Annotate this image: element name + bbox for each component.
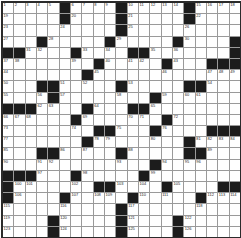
grid-cell[interactable] xyxy=(139,93,149,103)
grid-cell[interactable]: 31 xyxy=(26,48,36,58)
grid-cell[interactable] xyxy=(230,93,240,103)
grid-cell[interactable] xyxy=(162,48,172,58)
grid-cell[interactable] xyxy=(162,216,172,226)
grid-cell[interactable]: 102 xyxy=(71,182,81,192)
grid-cell[interactable]: 87 xyxy=(82,148,92,158)
grid-cell[interactable] xyxy=(60,37,70,47)
grid-cell[interactable] xyxy=(184,126,194,136)
grid-cell[interactable] xyxy=(173,104,183,114)
grid-cell[interactable] xyxy=(173,171,183,181)
grid-cell[interactable]: 70 xyxy=(128,115,138,125)
grid-cell[interactable]: 12 xyxy=(150,3,160,13)
grid-cell[interactable] xyxy=(48,48,58,58)
grid-cell[interactable] xyxy=(94,81,104,91)
grid-cell[interactable]: 6 xyxy=(71,3,81,13)
grid-cell[interactable]: 93 xyxy=(116,160,126,170)
grid-cell[interactable] xyxy=(105,70,115,80)
grid-cell[interactable] xyxy=(196,126,206,136)
grid-cell[interactable]: 123 xyxy=(3,227,13,237)
grid-cell[interactable] xyxy=(207,25,217,35)
grid-cell[interactable] xyxy=(37,182,47,192)
grid-cell[interactable] xyxy=(230,148,240,158)
grid-cell[interactable] xyxy=(94,171,104,181)
grid-cell[interactable]: 84 xyxy=(230,137,240,147)
grid-cell[interactable]: 72 xyxy=(173,115,183,125)
grid-cell[interactable] xyxy=(207,93,217,103)
grid-cell[interactable]: 21 xyxy=(128,14,138,24)
grid-cell[interactable] xyxy=(14,70,24,80)
grid-cell[interactable] xyxy=(14,160,24,170)
grid-cell[interactable]: 52 xyxy=(82,81,92,91)
grid-cell[interactable] xyxy=(60,115,70,125)
grid-cell[interactable] xyxy=(37,14,47,24)
grid-cell[interactable] xyxy=(230,171,240,181)
grid-cell[interactable] xyxy=(26,148,36,158)
grid-cell[interactable] xyxy=(218,171,228,181)
grid-cell[interactable]: 28 xyxy=(48,37,58,47)
grid-cell[interactable] xyxy=(60,59,70,69)
grid-cell[interactable]: 92 xyxy=(48,160,58,170)
grid-cell[interactable] xyxy=(207,204,217,214)
grid-cell[interactable] xyxy=(26,59,36,69)
grid-cell[interactable]: 9 xyxy=(105,3,115,13)
grid-cell[interactable] xyxy=(184,171,194,181)
grid-cell[interactable]: 11 xyxy=(139,3,149,13)
grid-cell[interactable] xyxy=(150,204,160,214)
grid-cell[interactable] xyxy=(105,227,115,237)
grid-cell[interactable] xyxy=(82,182,92,192)
grid-cell[interactable] xyxy=(196,227,206,237)
grid-cell[interactable] xyxy=(218,14,228,24)
grid-cell[interactable]: 126 xyxy=(184,227,194,237)
grid-cell[interactable] xyxy=(207,48,217,58)
grid-cell[interactable]: 51 xyxy=(60,81,70,91)
grid-cell[interactable] xyxy=(162,137,172,147)
grid-cell[interactable]: 108 xyxy=(94,193,104,203)
grid-cell[interactable]: 103 xyxy=(116,182,126,192)
grid-cell[interactable]: 112 xyxy=(207,193,217,203)
grid-cell[interactable] xyxy=(116,59,126,69)
grid-cell[interactable] xyxy=(37,137,47,147)
grid-cell[interactable] xyxy=(26,193,36,203)
grid-cell[interactable]: 119 xyxy=(3,216,13,226)
grid-cell[interactable]: 46 xyxy=(162,70,172,80)
grid-cell[interactable] xyxy=(184,48,194,58)
grid-cell[interactable] xyxy=(184,59,194,69)
grid-cell[interactable]: 16 xyxy=(207,3,217,13)
grid-cell[interactable] xyxy=(150,148,160,158)
grid-cell[interactable] xyxy=(139,227,149,237)
grid-cell[interactable]: 94 xyxy=(162,160,172,170)
grid-cell[interactable] xyxy=(162,204,172,214)
grid-cell[interactable] xyxy=(116,104,126,114)
grid-cell[interactable]: 96 xyxy=(196,160,206,170)
grid-cell[interactable]: 15 xyxy=(196,3,206,13)
grid-cell[interactable] xyxy=(207,182,217,192)
grid-cell[interactable]: 14 xyxy=(173,3,183,13)
grid-cell[interactable] xyxy=(14,25,24,35)
grid-cell[interactable] xyxy=(128,93,138,103)
grid-cell[interactable]: 1 xyxy=(3,3,13,13)
grid-cell[interactable]: 26 xyxy=(184,25,194,35)
grid-cell[interactable]: 18 xyxy=(230,3,240,13)
grid-cell[interactable]: 47 xyxy=(207,70,217,80)
grid-cell[interactable] xyxy=(116,193,126,203)
grid-cell[interactable]: 86 xyxy=(60,148,70,158)
grid-cell[interactable] xyxy=(71,227,81,237)
grid-cell[interactable] xyxy=(48,126,58,136)
grid-cell[interactable] xyxy=(162,81,172,91)
grid-cell[interactable] xyxy=(82,37,92,47)
grid-cell[interactable] xyxy=(162,37,172,47)
grid-cell[interactable]: 56 xyxy=(37,93,47,103)
grid-cell[interactable] xyxy=(94,227,104,237)
grid-cell[interactable] xyxy=(94,93,104,103)
grid-cell[interactable] xyxy=(71,104,81,114)
grid-cell[interactable]: 76 xyxy=(162,126,172,136)
grid-cell[interactable] xyxy=(128,171,138,181)
grid-cell[interactable]: 44 xyxy=(3,70,13,80)
grid-cell[interactable] xyxy=(128,160,138,170)
grid-cell[interactable] xyxy=(60,70,70,80)
grid-cell[interactable]: 78 xyxy=(94,137,104,147)
grid-cell[interactable]: 111 xyxy=(162,193,172,203)
grid-cell[interactable] xyxy=(139,25,149,35)
grid-cell[interactable] xyxy=(139,216,149,226)
grid-cell[interactable]: 30 xyxy=(184,37,194,47)
grid-cell[interactable] xyxy=(37,70,47,80)
grid-cell[interactable] xyxy=(82,216,92,226)
grid-cell[interactable]: 62 xyxy=(37,104,47,114)
grid-cell[interactable] xyxy=(196,70,206,80)
grid-cell[interactable] xyxy=(82,25,92,35)
grid-cell[interactable] xyxy=(14,148,24,158)
grid-cell[interactable]: 33 xyxy=(82,48,92,58)
grid-cell[interactable]: 29 xyxy=(116,37,126,47)
grid-cell[interactable] xyxy=(82,160,92,170)
grid-cell[interactable]: 81 xyxy=(196,137,206,147)
grid-cell[interactable]: 74 xyxy=(71,126,81,136)
grid-cell[interactable]: 63 xyxy=(48,104,58,114)
grid-cell[interactable]: 97 xyxy=(37,171,47,181)
grid-cell[interactable] xyxy=(173,81,183,91)
grid-cell[interactable] xyxy=(14,204,24,214)
grid-cell[interactable] xyxy=(150,193,160,203)
grid-cell[interactable] xyxy=(60,104,70,114)
grid-cell[interactable] xyxy=(105,171,115,181)
grid-cell[interactable] xyxy=(139,148,149,158)
grid-cell[interactable]: 67 xyxy=(14,115,24,125)
grid-cell[interactable] xyxy=(184,115,194,125)
grid-cell[interactable] xyxy=(218,37,228,47)
grid-cell[interactable] xyxy=(14,14,24,24)
grid-cell[interactable] xyxy=(139,204,149,214)
grid-cell[interactable] xyxy=(150,14,160,24)
grid-cell[interactable] xyxy=(207,227,217,237)
grid-cell[interactable] xyxy=(196,59,206,69)
grid-cell[interactable]: 124 xyxy=(60,227,70,237)
grid-cell[interactable] xyxy=(105,204,115,214)
grid-cell[interactable] xyxy=(94,14,104,24)
grid-cell[interactable] xyxy=(150,216,160,226)
grid-cell[interactable] xyxy=(139,14,149,24)
grid-cell[interactable] xyxy=(71,137,81,147)
grid-cell[interactable] xyxy=(26,227,36,237)
grid-cell[interactable] xyxy=(37,204,47,214)
grid-cell[interactable]: 68 xyxy=(26,115,36,125)
grid-cell[interactable]: 73 xyxy=(3,126,13,136)
grid-cell[interactable] xyxy=(116,70,126,80)
grid-cell[interactable]: 114 xyxy=(230,193,240,203)
grid-cell[interactable] xyxy=(173,137,183,147)
grid-cell[interactable] xyxy=(173,204,183,214)
grid-cell[interactable]: 4 xyxy=(37,3,47,13)
grid-cell[interactable] xyxy=(14,137,24,147)
grid-cell[interactable] xyxy=(71,160,81,170)
grid-cell[interactable]: 42 xyxy=(139,59,149,69)
grid-cell[interactable]: 122 xyxy=(184,216,194,226)
grid-cell[interactable]: 82 xyxy=(207,137,217,147)
grid-cell[interactable] xyxy=(94,115,104,125)
grid-cell[interactable]: 36 xyxy=(173,48,183,58)
grid-cell[interactable]: 48 xyxy=(218,70,228,80)
grid-cell[interactable] xyxy=(207,171,217,181)
grid-cell[interactable]: 50 xyxy=(3,81,13,91)
grid-cell[interactable] xyxy=(150,227,160,237)
grid-cell[interactable] xyxy=(14,216,24,226)
grid-cell[interactable] xyxy=(94,204,104,214)
grid-cell[interactable] xyxy=(37,227,47,237)
grid-cell[interactable] xyxy=(128,37,138,47)
grid-cell[interactable]: 58 xyxy=(116,93,126,103)
grid-cell[interactable] xyxy=(26,216,36,226)
grid-cell[interactable] xyxy=(105,160,115,170)
grid-cell[interactable]: 41 xyxy=(128,59,138,69)
grid-cell[interactable] xyxy=(60,182,70,192)
grid-cell[interactable]: 79 xyxy=(105,137,115,147)
grid-cell[interactable] xyxy=(26,126,36,136)
grid-cell[interactable] xyxy=(230,227,240,237)
grid-cell[interactable]: 25 xyxy=(128,25,138,35)
grid-cell[interactable] xyxy=(207,104,217,114)
grid-cell[interactable] xyxy=(230,14,240,24)
grid-cell[interactable] xyxy=(218,115,228,125)
grid-cell[interactable]: 23 xyxy=(3,25,13,35)
grid-cell[interactable] xyxy=(37,59,47,69)
grid-cell[interactable] xyxy=(116,115,126,125)
grid-cell[interactable] xyxy=(196,37,206,47)
grid-cell[interactable] xyxy=(14,126,24,136)
grid-cell[interactable] xyxy=(173,193,183,203)
grid-cell[interactable]: 45 xyxy=(94,70,104,80)
grid-cell[interactable] xyxy=(48,115,58,125)
grid-cell[interactable] xyxy=(105,104,115,114)
grid-cell[interactable]: 13 xyxy=(162,3,172,13)
grid-cell[interactable] xyxy=(14,93,24,103)
grid-cell[interactable] xyxy=(162,227,172,237)
grid-cell[interactable] xyxy=(105,115,115,125)
grid-cell[interactable]: 66 xyxy=(3,115,13,125)
grid-cell[interactable]: 34 xyxy=(105,48,115,58)
grid-cell[interactable] xyxy=(150,59,160,69)
grid-cell[interactable] xyxy=(139,70,149,80)
grid-cell[interactable] xyxy=(196,104,206,114)
grid-cell[interactable]: 17 xyxy=(218,3,228,13)
grid-cell[interactable] xyxy=(173,25,183,35)
grid-cell[interactable] xyxy=(150,81,160,91)
grid-cell[interactable] xyxy=(230,204,240,214)
grid-cell[interactable] xyxy=(94,148,104,158)
grid-cell[interactable] xyxy=(116,171,126,181)
grid-cell[interactable] xyxy=(230,104,240,114)
grid-cell[interactable] xyxy=(162,14,172,24)
grid-cell[interactable] xyxy=(230,81,240,91)
grid-cell[interactable] xyxy=(60,171,70,181)
grid-cell[interactable] xyxy=(184,193,194,203)
grid-cell[interactable] xyxy=(218,93,228,103)
grid-cell[interactable] xyxy=(14,227,24,237)
grid-cell[interactable] xyxy=(162,148,172,158)
grid-cell[interactable] xyxy=(26,204,36,214)
grid-cell[interactable] xyxy=(14,37,24,47)
grid-cell[interactable] xyxy=(196,48,206,58)
grid-cell[interactable] xyxy=(60,126,70,136)
grid-cell[interactable]: 121 xyxy=(128,216,138,226)
grid-cell[interactable]: 95 xyxy=(184,160,194,170)
grid-cell[interactable]: 83 xyxy=(218,137,228,147)
grid-cell[interactable]: 40 xyxy=(105,59,115,69)
grid-cell[interactable]: 98 xyxy=(82,171,92,181)
grid-cell[interactable] xyxy=(48,25,58,35)
grid-cell[interactable]: 57 xyxy=(60,93,70,103)
grid-cell[interactable] xyxy=(218,216,228,226)
grid-cell[interactable] xyxy=(128,126,138,136)
grid-cell[interactable] xyxy=(26,14,36,24)
grid-cell[interactable] xyxy=(184,182,194,192)
grid-cell[interactable] xyxy=(94,25,104,35)
grid-cell[interactable]: 71 xyxy=(139,115,149,125)
grid-cell[interactable] xyxy=(60,137,70,147)
grid-cell[interactable]: 7 xyxy=(82,3,92,13)
grid-cell[interactable]: 61 xyxy=(196,93,206,103)
grid-cell[interactable]: 55 xyxy=(3,93,13,103)
grid-cell[interactable] xyxy=(14,81,24,91)
grid-cell[interactable]: 2 xyxy=(14,3,24,13)
grid-cell[interactable] xyxy=(207,14,217,24)
grid-cell[interactable] xyxy=(48,171,58,181)
grid-cell[interactable]: 104 xyxy=(139,182,149,192)
grid-cell[interactable] xyxy=(116,137,126,147)
grid-cell[interactable]: 91 xyxy=(37,160,47,170)
grid-cell[interactable] xyxy=(162,25,172,35)
grid-cell[interactable] xyxy=(26,137,36,147)
grid-cell[interactable] xyxy=(26,81,36,91)
grid-cell[interactable]: 60 xyxy=(184,93,194,103)
grid-cell[interactable]: 106 xyxy=(14,193,24,203)
grid-cell[interactable]: 39 xyxy=(71,59,81,69)
grid-cell[interactable] xyxy=(116,48,126,58)
grid-cell[interactable]: 8 xyxy=(94,3,104,13)
grid-cell[interactable] xyxy=(71,93,81,103)
grid-cell[interactable]: 49 xyxy=(230,70,240,80)
grid-cell[interactable] xyxy=(196,25,206,35)
grid-cell[interactable] xyxy=(60,160,70,170)
grid-cell[interactable] xyxy=(230,160,240,170)
grid-cell[interactable] xyxy=(37,193,47,203)
grid-cell[interactable] xyxy=(105,93,115,103)
grid-cell[interactable] xyxy=(139,81,149,91)
grid-cell[interactable]: 100 xyxy=(14,182,24,192)
grid-cell[interactable] xyxy=(150,182,160,192)
grid-cell[interactable] xyxy=(173,126,183,136)
grid-cell[interactable]: 80 xyxy=(150,137,160,147)
grid-cell[interactable] xyxy=(128,182,138,192)
grid-cell[interactable] xyxy=(82,227,92,237)
grid-cell[interactable]: 117 xyxy=(128,204,138,214)
grid-cell[interactable] xyxy=(162,104,172,114)
grid-cell[interactable] xyxy=(218,148,228,158)
grid-cell[interactable] xyxy=(230,25,240,35)
grid-cell[interactable] xyxy=(82,14,92,24)
grid-cell[interactable] xyxy=(218,81,228,91)
grid-cell[interactable]: 75 xyxy=(116,126,126,136)
grid-cell[interactable]: 116 xyxy=(60,204,70,214)
grid-cell[interactable] xyxy=(196,171,206,181)
grid-cell[interactable] xyxy=(82,59,92,69)
grid-cell[interactable]: 118 xyxy=(196,204,206,214)
grid-cell[interactable]: 3 xyxy=(26,3,36,13)
grid-cell[interactable] xyxy=(71,216,81,226)
grid-cell[interactable] xyxy=(207,115,217,125)
grid-cell[interactable] xyxy=(207,216,217,226)
grid-cell[interactable] xyxy=(128,70,138,80)
grid-cell[interactable]: 120 xyxy=(60,216,70,226)
grid-cell[interactable] xyxy=(173,93,183,103)
grid-cell[interactable] xyxy=(71,204,81,214)
grid-cell[interactable] xyxy=(207,160,217,170)
grid-cell[interactable] xyxy=(94,48,104,58)
grid-cell[interactable] xyxy=(26,25,36,35)
grid-cell[interactable] xyxy=(139,137,149,147)
grid-cell[interactable] xyxy=(60,48,70,58)
grid-cell[interactable]: 89 xyxy=(207,148,217,158)
grid-cell[interactable] xyxy=(150,115,160,125)
grid-cell[interactable]: 5 xyxy=(48,3,58,13)
grid-cell[interactable]: 113 xyxy=(218,193,228,203)
grid-cell[interactable] xyxy=(150,37,160,47)
grid-cell[interactable] xyxy=(26,93,36,103)
grid-cell[interactable] xyxy=(37,216,47,226)
grid-cell[interactable]: 107 xyxy=(71,193,81,203)
grid-cell[interactable]: 64 xyxy=(94,104,104,114)
grid-cell[interactable] xyxy=(150,25,160,35)
grid-cell[interactable]: 27 xyxy=(3,37,13,47)
grid-cell[interactable] xyxy=(150,70,160,80)
grid-cell[interactable]: 24 xyxy=(60,25,70,35)
grid-cell[interactable] xyxy=(139,37,149,47)
grid-cell[interactable] xyxy=(184,204,194,214)
grid-cell[interactable] xyxy=(218,104,228,114)
grid-cell[interactable] xyxy=(173,148,183,158)
grid-cell[interactable] xyxy=(162,171,172,181)
grid-cell[interactable] xyxy=(230,216,240,226)
grid-cell[interactable]: 43 xyxy=(173,59,183,69)
grid-cell[interactable] xyxy=(48,204,58,214)
grid-cell[interactable]: 53 xyxy=(128,81,138,91)
grid-cell[interactable]: 105 xyxy=(173,182,183,192)
grid-cell[interactable] xyxy=(218,160,228,170)
grid-cell[interactable] xyxy=(196,115,206,125)
